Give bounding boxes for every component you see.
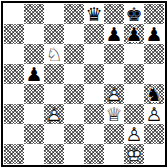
square-e2[interactable]: [84, 124, 104, 144]
piece-outline: ♙: [104, 84, 124, 104]
black-knight: ♞: [144, 84, 164, 104]
chess-diagram: ♛♚♟♟♟♞♘♟♟♙♞♟♙♛♕♟♙♟♙♚♔: [0, 0, 168, 168]
square-c2[interactable]: [44, 124, 64, 144]
black-queen: ♛: [84, 4, 104, 24]
square-g5[interactable]: [124, 64, 144, 84]
square-f4[interactable]: ♟♙: [104, 84, 124, 104]
black-pawn: ♟: [124, 24, 144, 44]
piece-outline: ♕: [104, 104, 124, 124]
piece-outline: ♔: [124, 144, 144, 164]
white-king: ♚♔: [124, 144, 144, 164]
square-c7[interactable]: [44, 24, 64, 44]
square-a2[interactable]: [4, 124, 24, 144]
square-h5[interactable]: [144, 64, 164, 84]
square-h8[interactable]: [144, 4, 164, 24]
square-f7[interactable]: ♟: [104, 24, 124, 44]
square-c4[interactable]: [44, 84, 64, 104]
square-b8[interactable]: [24, 4, 44, 24]
square-b4[interactable]: [24, 84, 44, 104]
square-d3[interactable]: [64, 104, 84, 124]
square-g1[interactable]: ♚♔: [124, 144, 144, 164]
square-h7[interactable]: ♟: [144, 24, 164, 44]
square-g2[interactable]: ♟♙: [124, 124, 144, 144]
square-g6[interactable]: [124, 44, 144, 64]
white-pawn: ♟♙: [104, 84, 124, 104]
square-g4[interactable]: [124, 84, 144, 104]
square-f8[interactable]: [104, 4, 124, 24]
square-d6[interactable]: [64, 44, 84, 64]
square-a7[interactable]: [4, 24, 24, 44]
square-d7[interactable]: [64, 24, 84, 44]
black-pawn: ♟: [24, 64, 44, 84]
square-b6[interactable]: [24, 44, 44, 64]
piece-outline: ♙: [144, 104, 164, 124]
black-pawn: ♟: [104, 24, 124, 44]
square-b5[interactable]: ♟: [24, 64, 44, 84]
square-f5[interactable]: [104, 64, 124, 84]
square-f3[interactable]: ♛♕: [104, 104, 124, 124]
square-a5[interactable]: [4, 64, 24, 84]
square-c5[interactable]: [44, 64, 64, 84]
square-b1[interactable]: [24, 144, 44, 164]
square-b2[interactable]: [24, 124, 44, 144]
square-e7[interactable]: [84, 24, 104, 44]
square-h2[interactable]: [144, 124, 164, 144]
square-e1[interactable]: [84, 144, 104, 164]
square-b7[interactable]: [24, 24, 44, 44]
square-f6[interactable]: [104, 44, 124, 64]
square-a1[interactable]: [4, 144, 24, 164]
white-knight: ♞♘: [44, 44, 64, 64]
piece-outline: ♘: [44, 44, 64, 64]
square-g7[interactable]: ♟: [124, 24, 144, 44]
square-c3[interactable]: ♟♙: [44, 104, 64, 124]
square-g8[interactable]: ♚: [124, 4, 144, 24]
square-e3[interactable]: [84, 104, 104, 124]
white-queen: ♛♕: [104, 104, 124, 124]
white-pawn: ♟♙: [44, 104, 64, 124]
square-e5[interactable]: [84, 64, 104, 84]
square-f1[interactable]: [104, 144, 124, 164]
square-d2[interactable]: [64, 124, 84, 144]
square-c1[interactable]: [44, 144, 64, 164]
square-d4[interactable]: [64, 84, 84, 104]
white-pawn: ♟♙: [124, 124, 144, 144]
black-king: ♚: [124, 4, 144, 24]
square-h4[interactable]: ♞: [144, 84, 164, 104]
square-b3[interactable]: [24, 104, 44, 124]
chess-board: ♛♚♟♟♟♞♘♟♟♙♞♟♙♛♕♟♙♟♙♚♔: [4, 4, 164, 164]
white-pawn: ♟♙: [144, 104, 164, 124]
square-h1[interactable]: [144, 144, 164, 164]
black-pawn: ♟: [144, 24, 164, 44]
square-a3[interactable]: [4, 104, 24, 124]
square-a4[interactable]: [4, 84, 24, 104]
square-c6[interactable]: ♞♘: [44, 44, 64, 64]
square-g3[interactable]: [124, 104, 144, 124]
square-e4[interactable]: [84, 84, 104, 104]
piece-outline: ♙: [44, 104, 64, 124]
square-e8[interactable]: ♛: [84, 4, 104, 24]
square-e6[interactable]: [84, 44, 104, 64]
piece-outline: ♙: [124, 124, 144, 144]
square-h3[interactable]: ♟♙: [144, 104, 164, 124]
square-f2[interactable]: [104, 124, 124, 144]
square-a8[interactable]: [4, 4, 24, 24]
square-a6[interactable]: [4, 44, 24, 64]
square-h6[interactable]: [144, 44, 164, 64]
square-d5[interactable]: [64, 64, 84, 84]
board-frame: ♛♚♟♟♟♞♘♟♟♙♞♟♙♛♕♟♙♟♙♚♔: [1, 1, 167, 167]
square-d8[interactable]: [64, 4, 84, 24]
square-d1[interactable]: [64, 144, 84, 164]
square-c8[interactable]: [44, 4, 64, 24]
